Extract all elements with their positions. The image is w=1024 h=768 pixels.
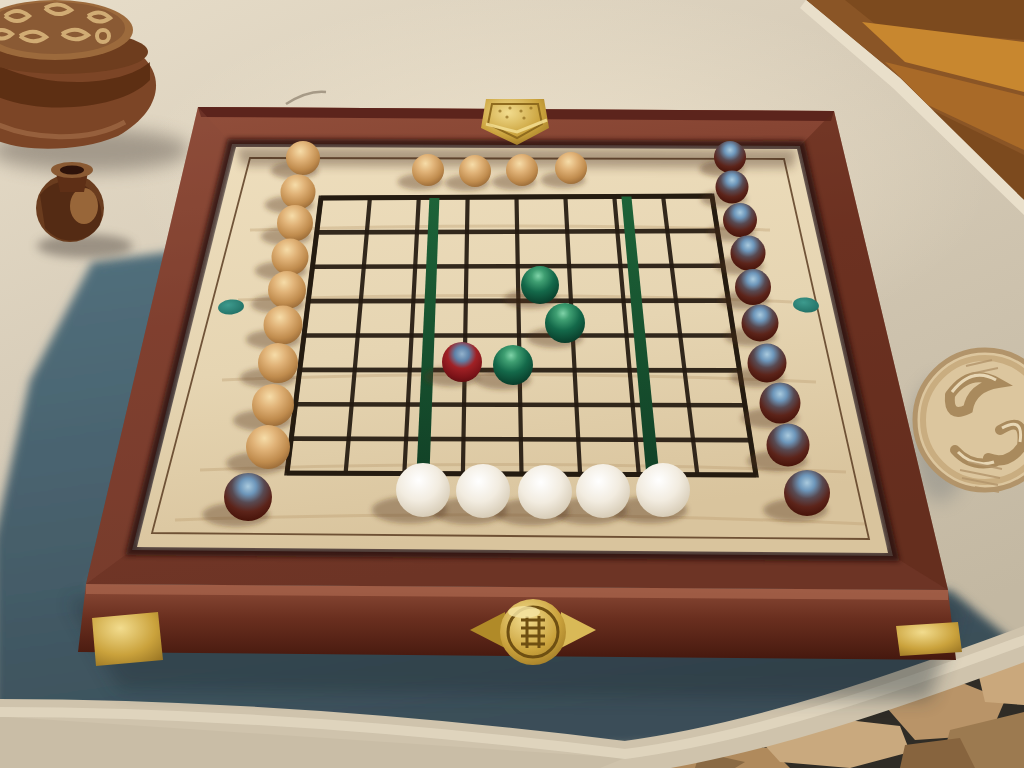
tan-reserve-left-ball[interactable]	[252, 384, 294, 426]
tan-reserve-left-ball[interactable]	[281, 175, 316, 210]
brass-corner-bracket-left	[92, 612, 163, 666]
white-reserve-bottom-ball[interactable]	[518, 465, 572, 519]
dark-reserve-right-ball[interactable]	[723, 203, 757, 237]
dark-reserve-right-ball[interactable]	[716, 171, 749, 204]
dark-reserve-right-ball[interactable]	[784, 470, 830, 516]
dark-reserve-right-ball[interactable]	[748, 344, 787, 383]
tan-reserve-top-ball[interactable]	[555, 152, 587, 184]
dark-corner-ball[interactable]	[224, 473, 272, 521]
brass-corner-bracket-right	[896, 622, 962, 656]
board-scene	[0, 0, 1024, 768]
tan-reserve-left-ball[interactable]	[264, 306, 303, 345]
dark-reserve-right-ball[interactable]	[714, 141, 746, 173]
white-reserve-bottom-ball[interactable]	[636, 463, 690, 517]
dark-reserve-right-ball[interactable]	[742, 305, 779, 342]
dark-reserve-right-ball[interactable]	[767, 424, 810, 467]
tan-reserve-top-ball[interactable]	[459, 155, 491, 187]
tan-reserve-left-ball[interactable]	[277, 205, 313, 241]
white-reserve-bottom-ball[interactable]	[576, 464, 630, 518]
tan-reserve-left-ball[interactable]	[258, 343, 298, 383]
dark-reserve-right-ball[interactable]	[760, 383, 801, 424]
white-reserve-bottom-ball[interactable]	[456, 464, 510, 518]
red-marble-ball[interactable]	[442, 342, 482, 382]
tan-reserve-top-ball[interactable]	[412, 154, 444, 186]
tan-reserve-left-ball[interactable]	[286, 141, 320, 175]
scene	[0, 0, 1024, 768]
green-marble-ball[interactable]	[545, 303, 585, 343]
tan-reserve-left-ball[interactable]	[246, 425, 290, 469]
dark-reserve-right-ball[interactable]	[735, 269, 771, 305]
tan-reserve-left-ball[interactable]	[268, 271, 306, 309]
white-reserve-bottom-ball[interactable]	[396, 463, 450, 517]
tan-reserve-top-ball[interactable]	[506, 154, 538, 186]
tan-reserve-left-ball[interactable]	[272, 239, 309, 276]
green-marble-ball[interactable]	[521, 266, 559, 304]
dark-reserve-right-ball[interactable]	[731, 236, 766, 271]
green-marble-ball[interactable]	[493, 345, 533, 385]
